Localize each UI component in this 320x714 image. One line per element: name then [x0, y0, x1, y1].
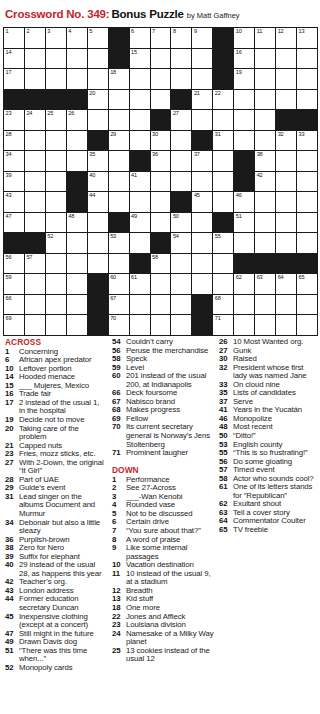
grid-cell[interactable]	[25, 69, 45, 89]
grid-cell-black	[88, 274, 108, 294]
clue-number: 9	[112, 544, 126, 561]
cell-number: 26	[68, 110, 74, 117]
grid-cell[interactable]: 35	[88, 151, 108, 171]
clue-text: Former education secretary Duncan	[19, 595, 107, 612]
grid-cell[interactable]: 65	[297, 274, 317, 294]
grid-cell-black	[297, 110, 317, 130]
grid-cell[interactable]: 15	[130, 49, 150, 69]
grid-cell[interactable]	[88, 213, 108, 233]
grid-cell[interactable]	[88, 49, 108, 69]
grid-cell[interactable]	[46, 49, 66, 69]
grid-cell[interactable]: 43	[4, 192, 24, 212]
grid-cell[interactable]	[255, 90, 275, 110]
clue-text: Debonair but also a little sleazy	[19, 519, 107, 536]
grid-cell[interactable]	[88, 233, 108, 253]
clue-text: Prominent laugher	[126, 449, 214, 458]
cell-number: 20	[89, 90, 95, 97]
clue-number: 65	[219, 526, 233, 535]
cell-number: 70	[110, 315, 116, 322]
grid-cell[interactable]	[151, 315, 171, 335]
grid-cell[interactable]: 18	[109, 69, 129, 89]
grid-cell[interactable]: 42	[255, 172, 275, 192]
clue-number: 51	[5, 647, 19, 664]
grid-cell[interactable]	[297, 151, 317, 171]
grid-cell[interactable]: 39	[4, 172, 24, 192]
cell-number: 49	[131, 213, 137, 220]
grid-cell[interactable]	[255, 49, 275, 69]
grid-cell[interactable]	[151, 295, 171, 315]
cell-number: 6	[131, 28, 134, 35]
grid-cell[interactable]	[67, 49, 87, 69]
grid-cell[interactable]	[130, 295, 150, 315]
grid-cell[interactable]	[255, 69, 275, 89]
grid-cell-black	[67, 172, 87, 192]
grid-cell[interactable]	[297, 192, 317, 212]
clue-number: 17	[5, 399, 19, 416]
grid-cell[interactable]	[130, 90, 150, 110]
cell-number: 13	[299, 28, 305, 35]
grid-cell[interactable]	[276, 213, 296, 233]
grid-cell[interactable]	[46, 315, 66, 335]
cell-number: 33	[299, 131, 305, 138]
grid-cell[interactable]	[46, 131, 66, 151]
cell-number: 31	[215, 131, 221, 138]
grid-cell[interactable]: 20	[88, 90, 108, 110]
grid-cell[interactable]	[171, 69, 191, 89]
grid-cell[interactable]: 23	[4, 110, 24, 130]
grid-cell[interactable]: 47	[4, 213, 24, 233]
grid-cell[interactable]: 52	[46, 233, 66, 253]
grid-cell[interactable]	[213, 110, 233, 130]
grid-cell-black	[109, 49, 129, 69]
cell-number: 17	[6, 69, 12, 76]
grid-cell[interactable]	[297, 69, 317, 89]
grid-cell[interactable]: 24	[25, 110, 45, 130]
grid-cell[interactable]	[151, 69, 171, 89]
grid-cell[interactable]	[109, 110, 129, 130]
grid-cell-black	[276, 110, 296, 130]
clue-text: 13 cookies instead of the usual 12	[126, 647, 214, 664]
crossword-page: Crossword No. 349:Bonus Puzzleby Matt Ga…	[0, 0, 320, 714]
grid-cell[interactable]	[88, 254, 108, 274]
cell-number: 11	[257, 28, 262, 35]
cell-number: 52	[47, 233, 53, 240]
grid-cell[interactable]	[46, 192, 66, 212]
grid-cell[interactable]: 7	[151, 28, 171, 48]
clue-text: Like some internal passages	[126, 544, 214, 561]
cell-number: 47	[6, 213, 12, 220]
grid-cell[interactable]	[297, 295, 317, 315]
grid-cell[interactable]: 60	[109, 274, 129, 294]
grid-cell[interactable]	[46, 213, 66, 233]
cell-number: 30	[152, 131, 158, 138]
clue-column-3: 2610 Most Wanted org.27Gunk30Raised32Pre…	[219, 338, 318, 535]
grid-cell[interactable]	[88, 69, 108, 89]
grid-cell[interactable]	[46, 254, 66, 274]
grid-cell[interactable]	[109, 151, 129, 171]
grid-cell[interactable]: 56	[4, 254, 24, 274]
grid-cell[interactable]: 21	[192, 90, 212, 110]
grid-cell[interactable]	[46, 274, 66, 294]
grid-cell[interactable]	[234, 110, 254, 130]
grid-cell-black	[88, 295, 108, 315]
grid-cell[interactable]	[192, 172, 212, 192]
cell-number: 4	[68, 28, 71, 35]
grid-cell[interactable]	[192, 254, 212, 274]
grid-cell[interactable]: 44	[88, 192, 108, 212]
grid-cell[interactable]	[276, 151, 296, 171]
cell-number: 5	[89, 28, 92, 35]
grid-cell[interactable]	[171, 172, 191, 192]
grid-cell[interactable]	[234, 90, 254, 110]
cell-number: 57	[26, 254, 32, 261]
grid-cell[interactable]: 67	[109, 295, 129, 315]
grid-cell-black	[67, 90, 87, 110]
cell-number: 7	[152, 28, 155, 35]
grid-cell[interactable]: 10	[234, 28, 254, 48]
across-clue-17: 172 instead of the usual 1, in the hospi…	[5, 399, 107, 416]
grid-cell[interactable]	[297, 233, 317, 253]
grid-cell-black	[192, 315, 212, 335]
cell-number: 51	[236, 213, 242, 220]
grid-cell[interactable]	[297, 49, 317, 69]
grid-cell-black	[151, 233, 171, 253]
grid-cell[interactable]	[67, 295, 87, 315]
grid-cell[interactable]	[213, 172, 233, 192]
cell-number: 22	[215, 90, 221, 97]
grid-cell[interactable]	[25, 213, 45, 233]
grid-cell[interactable]	[46, 295, 66, 315]
grid-cell[interactable]	[25, 131, 45, 151]
cell-number: 41	[131, 172, 137, 179]
grid-cell-black	[213, 213, 233, 233]
grid-cell[interactable]: 3	[46, 28, 66, 48]
clue-text: Namesake of a Milky Way planet	[126, 630, 214, 647]
grid-cell[interactable]	[255, 233, 275, 253]
clue-text: Lead singer on the albums Document and M…	[19, 493, 107, 519]
grid-cell[interactable]	[255, 213, 275, 233]
cell-number: 56	[6, 254, 12, 261]
grid-cell[interactable]: 64	[276, 274, 296, 294]
grid-cell[interactable]	[67, 151, 87, 171]
grid-cell-black	[109, 213, 129, 233]
grid-cell[interactable]: 59	[4, 274, 24, 294]
grid-cell[interactable]	[297, 213, 317, 233]
grid-cell[interactable]: 71	[213, 315, 233, 335]
clue-number: 11	[112, 570, 126, 587]
grid-cell[interactable]	[276, 49, 296, 69]
across-clue-52: 52Monopoly cards	[5, 664, 107, 673]
cell-number: 61	[131, 274, 137, 281]
grid-cell[interactable]	[276, 69, 296, 89]
grid-cell-black	[255, 254, 275, 274]
grid-cell-black	[88, 131, 108, 151]
grid-cell[interactable]	[171, 274, 191, 294]
cell-number: 65	[299, 274, 305, 281]
cell-number: 40	[89, 172, 95, 179]
grid-cell[interactable]	[25, 49, 45, 69]
grid-cell-black	[297, 254, 317, 274]
grid-cell[interactable]	[192, 49, 212, 69]
down-clue-24: 24Namesake of a Milky Way planet	[112, 630, 214, 647]
grid-cell[interactable]	[255, 192, 275, 212]
grid-cell[interactable]	[46, 69, 66, 89]
clue-text: Inexpensive clothing (except at a concer…	[19, 613, 107, 630]
grid-cell[interactable]	[297, 90, 317, 110]
grid-cell[interactable]	[67, 131, 87, 151]
down-clue-11: 1110 instead of the usual 9, at a stadiu…	[112, 570, 214, 587]
clue-text: 29 instead of the usual 28, as happens t…	[19, 561, 107, 578]
grid-cell[interactable]	[297, 315, 317, 335]
grid-cell[interactable]: 58	[151, 254, 171, 274]
grid-cell[interactable]	[25, 315, 45, 335]
grid-cell[interactable]	[213, 254, 233, 274]
grid-cell[interactable]: 9	[192, 28, 212, 48]
grid-cell[interactable]: 14	[4, 49, 24, 69]
cell-number: 42	[257, 172, 263, 179]
grid-cell[interactable]	[25, 295, 45, 315]
cell-number: 59	[6, 274, 12, 281]
across-clue-71: 71Prominent laugher	[112, 449, 214, 458]
grid-cell[interactable]	[130, 110, 150, 130]
cell-number: 12	[278, 28, 284, 35]
grid-cell[interactable]	[171, 295, 191, 315]
grid-cell[interactable]	[171, 315, 191, 335]
grid-cell[interactable]	[192, 233, 212, 253]
grid-cell[interactable]	[67, 69, 87, 89]
title-series: Crossword No. 349:	[5, 8, 109, 20]
grid-cell[interactable]	[234, 233, 254, 253]
cell-number: 10	[236, 28, 242, 35]
grid-cell[interactable]	[192, 274, 212, 294]
cell-number: 37	[194, 151, 200, 158]
grid-cell-black	[67, 192, 87, 212]
grid-cell[interactable]	[234, 131, 254, 151]
grid-cell[interactable]: 48	[67, 213, 87, 233]
cell-number: 21	[194, 90, 200, 97]
grid-cell[interactable]: 70	[109, 315, 129, 335]
cell-number: 19	[236, 69, 242, 76]
grid-cell[interactable]	[276, 90, 296, 110]
grid-cell[interactable]: 37	[192, 151, 212, 171]
clue-text: With 2-Down, the original “It Girl”	[19, 459, 107, 476]
grid-cell[interactable]	[67, 274, 87, 294]
grid-cell-black	[276, 254, 296, 274]
grid-cell[interactable]	[255, 315, 275, 335]
grid-cell[interactable]	[109, 254, 129, 274]
grid-cell[interactable]	[171, 131, 191, 151]
across-clue-27: 27With 2-Down, the original “It Girl”	[5, 459, 107, 476]
grid-cell[interactable]	[151, 274, 171, 294]
grid-cell[interactable]	[130, 69, 150, 89]
grid-cell[interactable]: 2	[25, 28, 45, 48]
grid-cell[interactable]: 19	[234, 69, 254, 89]
across-clue-31: 31Lead singer on the albums Document and…	[5, 493, 107, 519]
grid-cell[interactable]: 36	[151, 151, 171, 171]
grid-cell[interactable]: 17	[4, 69, 24, 89]
grid-cell[interactable]	[109, 90, 129, 110]
cell-number: 71	[215, 315, 221, 322]
grid-cell[interactable]	[213, 151, 233, 171]
grid-cell[interactable]	[171, 254, 191, 274]
cell-number: 29	[110, 131, 116, 138]
grid-cell[interactable]: 12	[276, 28, 296, 48]
clue-text: Monopoly cards	[19, 664, 107, 673]
grid-cell[interactable]	[25, 172, 45, 192]
cell-number: 1	[6, 28, 9, 35]
clue-number: 60	[112, 372, 126, 389]
down-header: DOWN	[112, 466, 214, 475]
grid-cell-black	[213, 49, 233, 69]
grid-cell[interactable]	[130, 192, 150, 212]
cell-number: 18	[110, 69, 116, 76]
grid-cell[interactable]	[130, 131, 150, 151]
grid-cell-black	[25, 90, 45, 110]
grid-cell[interactable]	[46, 151, 66, 171]
grid-cell[interactable]	[276, 172, 296, 192]
grid-cell[interactable]	[109, 192, 129, 212]
grid-cell[interactable]	[25, 151, 45, 171]
grid-cell[interactable]: 45	[192, 192, 212, 212]
grid-cell[interactable]: 29	[109, 131, 129, 151]
across-clue-20: 20Taking care of the problem	[5, 425, 107, 442]
grid-cell[interactable]: 26	[67, 110, 87, 130]
grid-cell[interactable]: 34	[4, 151, 24, 171]
grid-cell[interactable]	[151, 213, 171, 233]
grid-cell[interactable]: 32	[276, 131, 296, 151]
cell-number: 45	[194, 192, 200, 199]
grid-cell[interactable]	[25, 274, 45, 294]
clue-column-1: ACROSS1Concerning6African apex predator1…	[5, 338, 107, 672]
grid-cell[interactable]: 62	[234, 274, 254, 294]
grid-cell[interactable]: 63	[255, 274, 275, 294]
grid-cell[interactable]: 69	[4, 315, 24, 335]
grid-cell[interactable]: 41	[130, 172, 150, 192]
grid-cell[interactable]: 5	[88, 28, 108, 48]
cell-number: 43	[6, 192, 12, 199]
grid-cell[interactable]: 38	[255, 151, 275, 171]
grid-cell[interactable]	[88, 110, 108, 130]
grid-cell[interactable]: 54	[171, 233, 191, 253]
grid-cell[interactable]: 25	[46, 110, 66, 130]
grid-cell-black	[171, 192, 191, 212]
clue-text: Taking care of the problem	[19, 425, 107, 442]
grid-cell[interactable]	[276, 295, 296, 315]
grid-cell[interactable]: 51	[234, 213, 254, 233]
grid-cell[interactable]: 49	[130, 213, 150, 233]
grid-cell[interactable]	[255, 131, 275, 151]
cell-number: 48	[68, 213, 74, 220]
grid-cell[interactable]: 50	[171, 213, 191, 233]
grid-cell-black	[234, 172, 254, 192]
grid-cell[interactable]	[213, 274, 233, 294]
grid-cell[interactable]: 22	[213, 90, 233, 110]
clue-text: 10 instead of the usual 9, at a stadium	[126, 570, 214, 587]
title-byline: by Matt Gaffney	[187, 11, 240, 20]
grid-cell[interactable]: 13	[297, 28, 317, 48]
cell-number: 14	[6, 49, 12, 56]
grid-cell[interactable]	[255, 110, 275, 130]
grid-cell[interactable]: 46	[234, 192, 254, 212]
clue-column-2: 54Couldn’t carry56Peruse the merchandise…	[112, 338, 214, 664]
grid-cell[interactable]	[234, 315, 254, 335]
grid-cell[interactable]: 16	[234, 49, 254, 69]
grid-cell[interactable]: 31	[213, 131, 233, 151]
cell-number: 46	[236, 192, 242, 199]
grid-cell[interactable]: 1	[4, 28, 24, 48]
grid-cell[interactable]	[297, 172, 317, 192]
grid-cell[interactable]	[151, 49, 171, 69]
grid-cell[interactable]: 66	[4, 295, 24, 315]
grid-cell[interactable]: 28	[4, 131, 24, 151]
grid-cell[interactable]	[171, 151, 191, 171]
grid-cell[interactable]	[130, 315, 150, 335]
cell-number: 24	[26, 110, 32, 117]
grid-cell[interactable]	[67, 315, 87, 335]
grid-cell[interactable]: 53	[109, 233, 129, 253]
grid-cell[interactable]	[109, 172, 129, 192]
grid-cell[interactable]	[255, 295, 275, 315]
down-clue-32: 32President whose first lady was named J…	[219, 364, 318, 381]
grid-cell[interactable]	[67, 233, 87, 253]
grid-cell[interactable]	[276, 233, 296, 253]
grid-cell[interactable]: 55	[213, 233, 233, 253]
grid-cell[interactable]	[130, 233, 150, 253]
clue-number: 40	[5, 561, 19, 578]
clue-number: 70	[112, 423, 126, 449]
cell-number: 23	[6, 110, 12, 117]
grid-cell-black	[4, 233, 24, 253]
cell-number: 28	[6, 131, 12, 138]
clue-number: 61	[219, 483, 233, 500]
grid-cell[interactable]: 11	[255, 28, 275, 48]
grid-cell[interactable]: 57	[25, 254, 45, 274]
clue-text: 2 instead of the usual 1, in the hospita…	[19, 399, 107, 416]
grid-cell-black	[130, 151, 150, 171]
grid-cell[interactable]	[276, 315, 296, 335]
grid-cell[interactable]: 40	[88, 172, 108, 192]
cell-number: 58	[152, 254, 158, 261]
grid-cell[interactable]	[171, 49, 191, 69]
grid-cell[interactable]	[276, 192, 296, 212]
across-clue-60: 60201 instead of the usual 200, at India…	[112, 372, 214, 389]
grid-cell[interactable]: 6	[130, 28, 150, 48]
grid-cell[interactable]	[234, 295, 254, 315]
grid-cell[interactable]	[46, 172, 66, 192]
grid-cell[interactable]: 61	[130, 274, 150, 294]
grid-cell[interactable]: 27	[171, 110, 191, 130]
grid-cell[interactable]	[151, 172, 171, 192]
grid-cell[interactable]	[192, 69, 212, 89]
cell-number: 34	[6, 151, 12, 158]
grid-cell[interactable]: 30	[151, 131, 171, 151]
grid-cell[interactable]: 8	[171, 28, 191, 48]
cell-number: 16	[236, 49, 242, 56]
cell-number: 60	[110, 274, 116, 281]
crossword-grid[interactable]: 1234567891011121314151617181920212223242…	[3, 27, 318, 336]
grid-cell[interactable]	[213, 192, 233, 212]
grid-cell[interactable]: 4	[67, 28, 87, 48]
grid-cell[interactable]	[192, 213, 212, 233]
grid-cell[interactable]: 68	[213, 295, 233, 315]
grid-cell[interactable]	[25, 192, 45, 212]
grid-cell[interactable]	[151, 90, 171, 110]
grid-cell[interactable]: 33	[297, 131, 317, 151]
grid-cell[interactable]	[151, 192, 171, 212]
cell-number: 38	[257, 151, 263, 158]
grid-cell[interactable]	[67, 254, 87, 274]
grid-cell[interactable]	[192, 110, 212, 130]
